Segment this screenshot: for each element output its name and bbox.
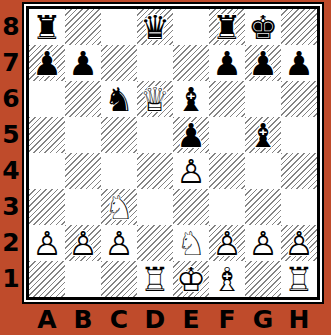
square-h6[interactable] [281, 81, 317, 117]
square-c6[interactable]: ♞♞ [101, 81, 137, 117]
piece-black-bishop: ♝♝ [173, 81, 209, 117]
piece-black-queen: ♛♛ [137, 9, 173, 45]
white-pawn-icon: ♙ [245, 225, 281, 261]
chess-diagram: 8 7 6 5 4 3 2 1 ♜♜♛♛♜♜♚♚♟♟♟♟♟♟♟♟♟♟♞♞♛♕♝♝… [0, 0, 331, 335]
square-a1[interactable] [29, 261, 65, 297]
square-g7[interactable]: ♟♟ [245, 45, 281, 81]
white-bishop-icon: ♗ [209, 261, 245, 297]
square-d3[interactable] [137, 189, 173, 225]
square-g4[interactable] [245, 153, 281, 189]
file-label-e: E [173, 305, 209, 335]
white-pawn-icon: ♙ [173, 153, 209, 189]
white-rook-icon: ♖ [137, 261, 173, 297]
piece-white-rook: ♜♖ [281, 261, 317, 297]
square-e2[interactable]: ♞♘ [173, 225, 209, 261]
piece-black-pawn: ♟♟ [281, 45, 317, 81]
white-pawn-icon: ♙ [101, 225, 137, 261]
square-f6[interactable] [209, 81, 245, 117]
square-h2[interactable]: ♟♙ [281, 225, 317, 261]
chess-board: ♜♜♛♛♜♜♚♚♟♟♟♟♟♟♟♟♟♟♞♞♛♕♝♝♟♟♝♝♟♙♞♘♟♙♟♙♟♙♞♘… [29, 9, 317, 297]
square-d8[interactable]: ♛♛ [137, 9, 173, 45]
square-c4[interactable] [101, 153, 137, 189]
piece-white-queen: ♛♕ [137, 81, 173, 117]
black-queen-icon: ♛ [137, 9, 173, 45]
square-h4[interactable] [281, 153, 317, 189]
black-pawn-icon: ♟ [209, 45, 245, 81]
white-knight-icon: ♘ [173, 225, 209, 261]
rank-label-8: 8 [0, 9, 22, 45]
chess-board-frame: ♜♜♛♛♜♜♚♚♟♟♟♟♟♟♟♟♟♟♞♞♛♕♝♝♟♟♝♝♟♙♞♘♟♙♟♙♟♙♞♘… [22, 2, 324, 304]
black-rook-icon: ♜ [209, 9, 245, 45]
square-f1[interactable]: ♝♗ [209, 261, 245, 297]
square-d6[interactable]: ♛♕ [137, 81, 173, 117]
square-c3[interactable]: ♞♘ [101, 189, 137, 225]
piece-black-pawn: ♟♟ [173, 117, 209, 153]
piece-white-pawn: ♟♙ [209, 225, 245, 261]
square-a5[interactable] [29, 117, 65, 153]
piece-white-bishop: ♝♗ [209, 261, 245, 297]
file-label-d: D [137, 305, 173, 335]
rank-label-1: 1 [0, 261, 22, 297]
black-pawn-icon: ♟ [29, 45, 65, 81]
square-b6[interactable] [65, 81, 101, 117]
file-label-b: B [65, 305, 101, 335]
piece-black-king: ♚♚ [245, 9, 281, 45]
black-pawn-icon: ♟ [281, 45, 317, 81]
square-a2[interactable]: ♟♙ [29, 225, 65, 261]
rank-labels: 8 7 6 5 4 3 2 1 [0, 9, 22, 297]
white-pawn-icon: ♙ [209, 225, 245, 261]
piece-black-pawn: ♟♟ [209, 45, 245, 81]
file-label-a: A [29, 305, 65, 335]
piece-black-bishop: ♝♝ [245, 117, 281, 153]
piece-white-knight: ♞♘ [173, 225, 209, 261]
piece-black-pawn: ♟♟ [29, 45, 65, 81]
rank-label-6: 6 [0, 81, 22, 117]
square-b2[interactable]: ♟♙ [65, 225, 101, 261]
piece-white-pawn: ♟♙ [65, 225, 101, 261]
square-g6[interactable] [245, 81, 281, 117]
square-e1[interactable]: ♚♔ [173, 261, 209, 297]
white-pawn-icon: ♙ [281, 225, 317, 261]
chess-board-inner: ♜♜♛♛♜♜♚♚♟♟♟♟♟♟♟♟♟♟♞♞♛♕♝♝♟♟♝♝♟♙♞♘♟♙♟♙♟♙♞♘… [26, 6, 320, 300]
piece-white-rook: ♜♖ [137, 261, 173, 297]
square-a6[interactable] [29, 81, 65, 117]
black-bishop-icon: ♝ [245, 117, 281, 153]
square-d5[interactable] [137, 117, 173, 153]
square-d7[interactable] [137, 45, 173, 81]
square-g2[interactable]: ♟♙ [245, 225, 281, 261]
white-queen-icon: ♕ [137, 81, 173, 117]
rank-label-3: 3 [0, 189, 22, 225]
piece-black-pawn: ♟♟ [245, 45, 281, 81]
white-knight-icon: ♘ [101, 189, 137, 225]
rank-label-7: 7 [0, 45, 22, 81]
black-rook-icon: ♜ [29, 9, 65, 45]
square-f4[interactable] [209, 153, 245, 189]
square-h5[interactable] [281, 117, 317, 153]
black-pawn-icon: ♟ [245, 45, 281, 81]
square-f8[interactable]: ♜♜ [209, 9, 245, 45]
black-bishop-icon: ♝ [173, 81, 209, 117]
square-c1[interactable] [101, 261, 137, 297]
piece-white-pawn: ♟♙ [173, 153, 209, 189]
file-label-f: F [209, 305, 245, 335]
square-d2[interactable] [137, 225, 173, 261]
square-e8[interactable] [173, 9, 209, 45]
square-g5[interactable]: ♝♝ [245, 117, 281, 153]
square-d1[interactable]: ♜♖ [137, 261, 173, 297]
square-f3[interactable] [209, 189, 245, 225]
rank-label-4: 4 [0, 153, 22, 189]
square-h1[interactable]: ♜♖ [281, 261, 317, 297]
square-f7[interactable]: ♟♟ [209, 45, 245, 81]
square-d4[interactable] [137, 153, 173, 189]
square-b4[interactable] [65, 153, 101, 189]
square-c8[interactable] [101, 9, 137, 45]
square-c7[interactable] [101, 45, 137, 81]
white-rook-icon: ♖ [281, 261, 317, 297]
white-pawn-icon: ♙ [65, 225, 101, 261]
piece-white-pawn: ♟♙ [101, 225, 137, 261]
file-labels: A B C D E F G H [29, 305, 317, 335]
square-g8[interactable]: ♚♚ [245, 9, 281, 45]
square-b1[interactable] [65, 261, 101, 297]
square-f5[interactable] [209, 117, 245, 153]
square-e3[interactable] [173, 189, 209, 225]
piece-white-king: ♚♔ [173, 261, 209, 297]
square-b3[interactable] [65, 189, 101, 225]
file-label-h: H [281, 305, 317, 335]
piece-white-knight: ♞♘ [101, 189, 137, 225]
square-h3[interactable] [281, 189, 317, 225]
square-e5[interactable]: ♟♟ [173, 117, 209, 153]
square-b8[interactable] [65, 9, 101, 45]
black-pawn-icon: ♟ [65, 45, 101, 81]
black-knight-icon: ♞ [101, 81, 137, 117]
square-e4[interactable]: ♟♙ [173, 153, 209, 189]
white-king-icon: ♔ [173, 261, 209, 297]
square-g1[interactable] [245, 261, 281, 297]
piece-black-rook: ♜♜ [29, 9, 65, 45]
square-h8[interactable] [281, 9, 317, 45]
square-h7[interactable]: ♟♟ [281, 45, 317, 81]
square-b7[interactable]: ♟♟ [65, 45, 101, 81]
black-king-icon: ♚ [245, 9, 281, 45]
square-a3[interactable] [29, 189, 65, 225]
piece-black-rook: ♜♜ [209, 9, 245, 45]
square-g3[interactable] [245, 189, 281, 225]
piece-white-pawn: ♟♙ [245, 225, 281, 261]
file-label-g: G [245, 305, 281, 335]
rank-label-5: 5 [0, 117, 22, 153]
file-label-c: C [101, 305, 137, 335]
square-e7[interactable] [173, 45, 209, 81]
piece-white-pawn: ♟♙ [281, 225, 317, 261]
square-a4[interactable] [29, 153, 65, 189]
square-a7[interactable]: ♟♟ [29, 45, 65, 81]
square-f2[interactable]: ♟♙ [209, 225, 245, 261]
square-b5[interactable] [65, 117, 101, 153]
rank-label-2: 2 [0, 225, 22, 261]
piece-black-pawn: ♟♟ [65, 45, 101, 81]
square-e6[interactable]: ♝♝ [173, 81, 209, 117]
piece-white-pawn: ♟♙ [29, 225, 65, 261]
square-c2[interactable]: ♟♙ [101, 225, 137, 261]
white-pawn-icon: ♙ [29, 225, 65, 261]
square-c5[interactable] [101, 117, 137, 153]
black-pawn-icon: ♟ [173, 117, 209, 153]
square-a8[interactable]: ♜♜ [29, 9, 65, 45]
piece-black-knight: ♞♞ [101, 81, 137, 117]
